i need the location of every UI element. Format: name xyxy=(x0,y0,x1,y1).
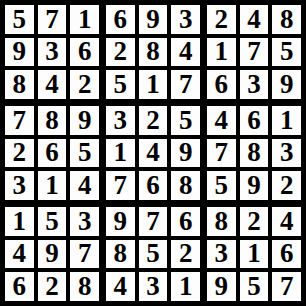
cell-r7c6[interactable]: 6 xyxy=(171,207,200,236)
sudoku-box-3: 248175639 xyxy=(207,5,301,99)
cell-r8c2[interactable]: 9 xyxy=(38,240,67,269)
cell-r3c7[interactable]: 6 xyxy=(207,70,236,99)
cell-r2c6[interactable]: 4 xyxy=(171,38,200,67)
cell-r1c6[interactable]: 3 xyxy=(171,5,200,34)
sudoku-box-2: 693284517 xyxy=(106,5,200,99)
cell-r1c8[interactable]: 4 xyxy=(240,5,269,34)
cell-r9c5[interactable]: 3 xyxy=(139,272,168,301)
cell-r6c2[interactable]: 1 xyxy=(38,171,67,200)
cell-r7c7[interactable]: 8 xyxy=(207,207,236,236)
cell-r6c8[interactable]: 9 xyxy=(240,171,269,200)
cell-r7c8[interactable]: 2 xyxy=(240,207,269,236)
cell-r2c9[interactable]: 5 xyxy=(272,38,301,67)
cell-r9c7[interactable]: 9 xyxy=(207,272,236,301)
cell-r2c5[interactable]: 8 xyxy=(139,38,168,67)
cell-r9c4[interactable]: 4 xyxy=(106,272,135,301)
cell-r8c1[interactable]: 4 xyxy=(5,240,34,269)
cell-r5c6[interactable]: 9 xyxy=(171,139,200,168)
cell-r6c1[interactable]: 3 xyxy=(5,171,34,200)
cell-r4c3[interactable]: 9 xyxy=(70,106,99,135)
cell-r5c5[interactable]: 4 xyxy=(139,139,168,168)
cell-r7c4[interactable]: 9 xyxy=(106,207,135,236)
cell-r2c1[interactable]: 9 xyxy=(5,38,34,67)
cell-r4c5[interactable]: 2 xyxy=(139,106,168,135)
cell-r7c9[interactable]: 4 xyxy=(272,207,301,236)
cell-r3c8[interactable]: 3 xyxy=(240,70,269,99)
cell-r6c3[interactable]: 4 xyxy=(70,171,99,200)
cell-r3c4[interactable]: 5 xyxy=(106,70,135,99)
cell-r4c1[interactable]: 7 xyxy=(5,106,34,135)
sudoku-board: 5719368426932845172481756397892653143251… xyxy=(0,0,306,306)
sudoku-box-6: 461783592 xyxy=(207,106,301,200)
cell-r3c1[interactable]: 8 xyxy=(5,70,34,99)
cell-r8c6[interactable]: 2 xyxy=(171,240,200,269)
cell-r4c8[interactable]: 6 xyxy=(240,106,269,135)
cell-r6c9[interactable]: 2 xyxy=(272,171,301,200)
cell-r3c2[interactable]: 4 xyxy=(38,70,67,99)
sudoku-box-9: 824316957 xyxy=(207,207,301,301)
cell-r5c7[interactable]: 7 xyxy=(207,139,236,168)
cell-r2c8[interactable]: 7 xyxy=(240,38,269,67)
cell-r1c2[interactable]: 7 xyxy=(38,5,67,34)
cell-r7c3[interactable]: 3 xyxy=(70,207,99,236)
cell-r5c1[interactable]: 2 xyxy=(5,139,34,168)
cell-r2c4[interactable]: 2 xyxy=(106,38,135,67)
cell-r9c9[interactable]: 7 xyxy=(272,272,301,301)
cell-r2c7[interactable]: 1 xyxy=(207,38,236,67)
cell-r5c2[interactable]: 6 xyxy=(38,139,67,168)
sudoku-box-8: 976852431 xyxy=(106,207,200,301)
cell-r7c1[interactable]: 1 xyxy=(5,207,34,236)
cell-r1c9[interactable]: 8 xyxy=(272,5,301,34)
cell-r9c3[interactable]: 8 xyxy=(70,272,99,301)
cell-r3c6[interactable]: 7 xyxy=(171,70,200,99)
cell-r4c6[interactable]: 5 xyxy=(171,106,200,135)
cell-r7c2[interactable]: 5 xyxy=(38,207,67,236)
sudoku-box-4: 789265314 xyxy=(5,106,99,200)
cell-r3c3[interactable]: 2 xyxy=(70,70,99,99)
cell-r5c8[interactable]: 8 xyxy=(240,139,269,168)
cell-r6c4[interactable]: 7 xyxy=(106,171,135,200)
cell-r6c7[interactable]: 5 xyxy=(207,171,236,200)
cell-r1c1[interactable]: 5 xyxy=(5,5,34,34)
cell-r7c5[interactable]: 7 xyxy=(139,207,168,236)
cell-r9c6[interactable]: 1 xyxy=(171,272,200,301)
cell-r8c3[interactable]: 7 xyxy=(70,240,99,269)
cell-r4c2[interactable]: 8 xyxy=(38,106,67,135)
cell-r4c9[interactable]: 1 xyxy=(272,106,301,135)
cell-r9c1[interactable]: 6 xyxy=(5,272,34,301)
cell-r3c9[interactable]: 9 xyxy=(272,70,301,99)
cell-r1c4[interactable]: 6 xyxy=(106,5,135,34)
cell-r1c3[interactable]: 1 xyxy=(70,5,99,34)
cell-r8c9[interactable]: 6 xyxy=(272,240,301,269)
cell-r3c5[interactable]: 1 xyxy=(139,70,168,99)
cell-r2c3[interactable]: 6 xyxy=(70,38,99,67)
cell-r8c7[interactable]: 3 xyxy=(207,240,236,269)
cell-r8c8[interactable]: 1 xyxy=(240,240,269,269)
sudoku-box-1: 571936842 xyxy=(5,5,99,99)
cell-r8c4[interactable]: 8 xyxy=(106,240,135,269)
cell-r5c4[interactable]: 1 xyxy=(106,139,135,168)
cell-r4c4[interactable]: 3 xyxy=(106,106,135,135)
cell-r8c5[interactable]: 5 xyxy=(139,240,168,269)
cell-r6c5[interactable]: 6 xyxy=(139,171,168,200)
cell-r1c7[interactable]: 2 xyxy=(207,5,236,34)
cell-r9c8[interactable]: 5 xyxy=(240,272,269,301)
cell-r5c3[interactable]: 5 xyxy=(70,139,99,168)
cell-r5c9[interactable]: 3 xyxy=(272,139,301,168)
cell-r1c5[interactable]: 9 xyxy=(139,5,168,34)
cell-r9c2[interactable]: 2 xyxy=(38,272,67,301)
cell-r4c7[interactable]: 4 xyxy=(207,106,236,135)
sudoku-box-7: 153497628 xyxy=(5,207,99,301)
cell-r2c2[interactable]: 3 xyxy=(38,38,67,67)
sudoku-box-5: 325149768 xyxy=(106,106,200,200)
cell-r6c6[interactable]: 8 xyxy=(171,171,200,200)
